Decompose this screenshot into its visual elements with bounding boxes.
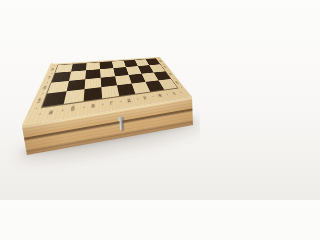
border-dot-left-4: [35, 107, 37, 109]
square-b5: [64, 89, 85, 104]
border-dot-front-3: [102, 103, 103, 104]
border-dot-front-6: [152, 96, 153, 97]
file-label-e: д: [124, 96, 133, 103]
file-label-f: е: [140, 94, 149, 101]
border-dot-front-5: [136, 98, 137, 99]
border-dot-front-4: [120, 100, 121, 101]
file-label-a: а: [45, 107, 57, 116]
rank-label-right-7: 7: [162, 65, 169, 69]
border-dot-left-3: [41, 93, 43, 94]
file-label-b: б: [68, 104, 78, 113]
border-dot-right-2: [167, 70, 168, 71]
border-dot-front-2: [83, 106, 84, 107]
border-dot-front-1: [62, 109, 64, 111]
square-a5: [42, 91, 66, 107]
border-dot-left-1: [50, 73, 51, 74]
clasp: [115, 116, 126, 134]
file-label-h: з: [169, 90, 178, 96]
border-dot-right-3: [173, 78, 174, 79]
file-label-c: в: [89, 101, 97, 109]
file-label-d: г: [107, 98, 115, 106]
border-dot-front-0: [39, 113, 41, 115]
rank-label-right-8: 8: [157, 60, 163, 63]
border-dot-left-2: [46, 82, 47, 83]
border-dot-right-1: [162, 64, 163, 65]
border-dot-right-4: [180, 87, 181, 88]
product-photo-scene: { "game": "chess", "scene": "Overhead pr…: [0, 0, 200, 200]
border-dot-right-0: [158, 58, 159, 59]
border-dot-front-8: [180, 91, 181, 92]
clasp-hook: [119, 120, 123, 131]
border-dot-front-7: [166, 93, 167, 94]
file-label-g: ж: [155, 92, 164, 98]
border-dot-left-0: [54, 65, 55, 66]
square-c5: [84, 87, 102, 101]
